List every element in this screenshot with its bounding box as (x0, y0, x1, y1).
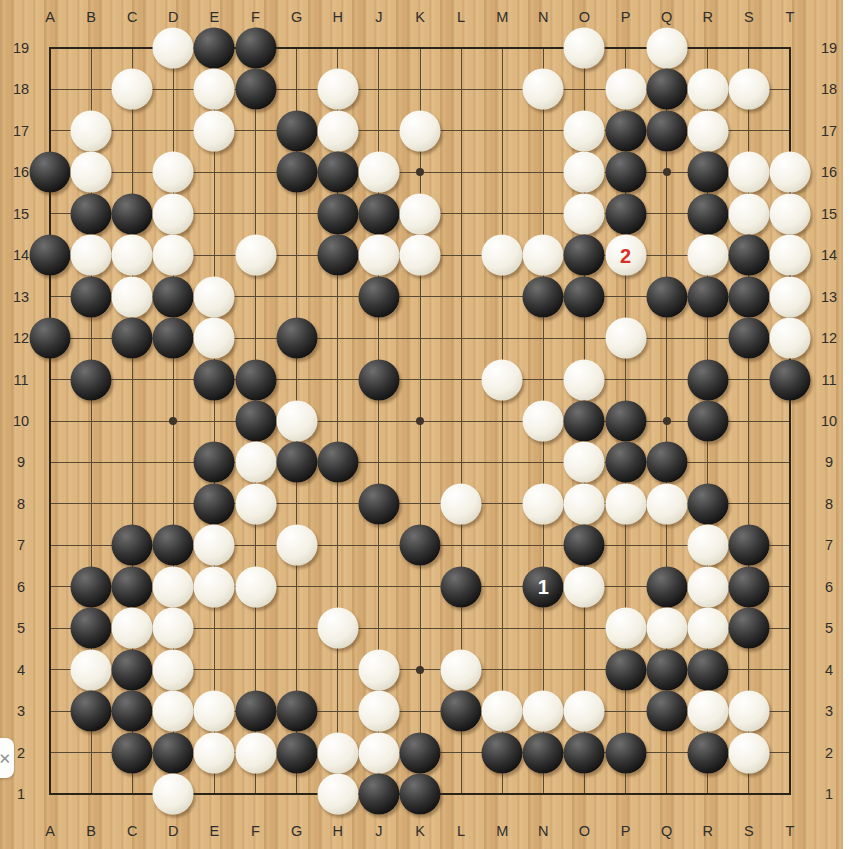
black-stone-J13 (358, 276, 399, 317)
row-label-right: 6 (825, 579, 833, 595)
white-stone-O8 (564, 483, 605, 524)
black-stone-S7 (728, 525, 769, 566)
black-stone-E8 (194, 483, 235, 524)
white-stone-N8 (523, 483, 564, 524)
black-stone-G3 (276, 691, 317, 732)
black-stone-B11 (71, 359, 112, 400)
black-stone-K1 (400, 774, 441, 815)
black-stone-P2 (605, 732, 646, 773)
white-stone-R6 (687, 566, 728, 607)
column-label-bottom: G (291, 823, 302, 839)
row-label-right: 18 (821, 81, 837, 97)
white-stone-R5 (687, 608, 728, 649)
black-stone-P10 (605, 401, 646, 442)
row-label-left: 19 (13, 40, 29, 56)
column-label-bottom: R (703, 823, 713, 839)
black-stone-L3 (441, 691, 482, 732)
white-stone-P18 (605, 69, 646, 110)
black-stone-G2 (276, 732, 317, 773)
column-label-top: B (86, 9, 96, 25)
white-stone-O9 (564, 442, 605, 483)
white-stone-S16 (728, 152, 769, 193)
white-stone-R3 (687, 691, 728, 732)
black-stone-J8 (358, 483, 399, 524)
white-stone-M3 (482, 691, 523, 732)
row-label-right: 7 (825, 537, 833, 553)
black-stone-F11 (235, 359, 276, 400)
white-stone-P8 (605, 483, 646, 524)
black-stone-S14 (728, 235, 769, 276)
black-stone-O14 (564, 235, 605, 276)
column-label-top: E (210, 9, 220, 25)
white-stone-O6 (564, 566, 605, 607)
star-point (169, 417, 177, 425)
row-label-right: 12 (821, 330, 837, 346)
white-stone-S15 (728, 193, 769, 234)
column-label-bottom: H (333, 823, 343, 839)
column-label-bottom: E (210, 823, 220, 839)
white-stone-E2 (194, 732, 235, 773)
column-label-top: C (127, 9, 137, 25)
white-stone-G10 (276, 401, 317, 442)
column-label-bottom: T (786, 823, 795, 839)
white-stone-S2 (728, 732, 769, 773)
column-label-top: S (744, 9, 754, 25)
black-stone-S6 (728, 566, 769, 607)
white-stone-J16 (358, 152, 399, 193)
white-stone-H17 (317, 110, 358, 151)
black-stone-A14 (30, 235, 71, 276)
black-stone-B6 (71, 566, 112, 607)
black-stone-P4 (605, 649, 646, 690)
white-stone-O19 (564, 28, 605, 69)
star-point (663, 168, 671, 176)
column-label-top: Q (661, 9, 672, 25)
black-stone-D2 (153, 732, 194, 773)
white-stone-D4 (153, 649, 194, 690)
white-stone-Q5 (646, 608, 687, 649)
column-label-bottom: F (251, 823, 260, 839)
black-stone-O13 (564, 276, 605, 317)
move-number-label: 2 (620, 245, 631, 265)
star-point (416, 417, 424, 425)
white-stone-N10 (523, 401, 564, 442)
black-stone-A16 (30, 152, 71, 193)
black-stone-F19 (235, 28, 276, 69)
white-stone-M14 (482, 235, 523, 276)
row-label-right: 5 (825, 620, 833, 636)
row-label-right: 11 (821, 372, 836, 388)
column-label-top: D (168, 9, 178, 25)
white-stone-R7 (687, 525, 728, 566)
row-label-right: 15 (821, 206, 837, 222)
white-stone-J2 (358, 732, 399, 773)
black-stone-N13 (523, 276, 564, 317)
black-stone-Q13 (646, 276, 687, 317)
white-stone-F14 (235, 235, 276, 276)
row-label-right: 13 (821, 289, 837, 305)
white-stone-N18 (523, 69, 564, 110)
white-stone-C5 (112, 608, 153, 649)
white-stone-F9 (235, 442, 276, 483)
white-stone-O3 (564, 691, 605, 732)
white-stone-D6 (153, 566, 194, 607)
column-label-top: M (496, 9, 508, 25)
row-label-right: 16 (821, 164, 837, 180)
black-stone-C12 (112, 318, 153, 359)
white-stone-B4 (71, 649, 112, 690)
column-label-bottom: J (375, 823, 382, 839)
white-stone-D19 (153, 28, 194, 69)
column-label-bottom: A (45, 823, 55, 839)
black-stone-K7 (400, 525, 441, 566)
black-stone-Q9 (646, 442, 687, 483)
black-stone-C3 (112, 691, 153, 732)
black-stone-Q3 (646, 691, 687, 732)
black-stone-B3 (71, 691, 112, 732)
black-stone-N6: 1 (523, 566, 564, 607)
column-label-top: N (538, 9, 548, 25)
column-label-bottom: O (579, 823, 590, 839)
column-label-top: G (291, 9, 302, 25)
black-stone-P16 (605, 152, 646, 193)
column-label-top: F (251, 9, 260, 25)
black-stone-Q18 (646, 69, 687, 110)
row-label-right: 3 (825, 703, 833, 719)
white-stone-D15 (153, 193, 194, 234)
black-stone-B13 (71, 276, 112, 317)
black-stone-O2 (564, 732, 605, 773)
column-label-top: A (45, 9, 55, 25)
black-stone-H9 (317, 442, 358, 483)
white-stone-E17 (194, 110, 235, 151)
white-stone-H5 (317, 608, 358, 649)
white-stone-O11 (564, 359, 605, 400)
black-stone-M2 (482, 732, 523, 773)
black-stone-D7 (153, 525, 194, 566)
white-stone-G7 (276, 525, 317, 566)
black-stone-L6 (441, 566, 482, 607)
white-stone-B16 (71, 152, 112, 193)
white-stone-C13 (112, 276, 153, 317)
black-stone-B15 (71, 193, 112, 234)
white-stone-J14 (358, 235, 399, 276)
row-label-left: 6 (17, 579, 25, 595)
go-app-window: AABBCCDDEEFFGGHHJJKKLLMMNNOOPPQQRRSSTT19… (0, 0, 850, 849)
white-stone-J3 (358, 691, 399, 732)
row-label-left: 11 (13, 372, 28, 388)
black-stone-R8 (687, 483, 728, 524)
black-stone-R16 (687, 152, 728, 193)
white-stone-E13 (194, 276, 235, 317)
white-stone-R17 (687, 110, 728, 151)
white-stone-D1 (153, 774, 194, 815)
black-stone-A12 (30, 318, 71, 359)
black-stone-H15 (317, 193, 358, 234)
black-stone-G12 (276, 318, 317, 359)
row-label-right: 10 (821, 413, 837, 429)
white-stone-Q19 (646, 28, 687, 69)
white-stone-Q8 (646, 483, 687, 524)
black-stone-J11 (358, 359, 399, 400)
row-label-left: 16 (13, 164, 29, 180)
row-label-right: 4 (825, 662, 833, 678)
black-stone-R4 (687, 649, 728, 690)
white-stone-T14 (770, 235, 811, 276)
column-label-top: T (786, 9, 795, 25)
column-label-bottom: L (457, 823, 465, 839)
move-number-label: 1 (538, 577, 549, 597)
white-stone-P12 (605, 318, 646, 359)
white-stone-K15 (400, 193, 441, 234)
white-stone-M11 (482, 359, 523, 400)
black-stone-R13 (687, 276, 728, 317)
white-stone-E6 (194, 566, 235, 607)
row-label-left: 10 (13, 413, 29, 429)
row-label-right: 17 (821, 123, 837, 139)
white-stone-S18 (728, 69, 769, 110)
star-point (416, 666, 424, 674)
black-stone-H16 (317, 152, 358, 193)
white-stone-K14 (400, 235, 441, 276)
black-stone-C7 (112, 525, 153, 566)
white-stone-F8 (235, 483, 276, 524)
white-stone-T12 (770, 318, 811, 359)
collapse-panel-button[interactable]: ✕ (0, 738, 14, 778)
black-stone-E9 (194, 442, 235, 483)
row-label-left: 14 (13, 247, 29, 263)
column-label-bottom: D (168, 823, 178, 839)
black-stone-J1 (358, 774, 399, 815)
white-stone-E7 (194, 525, 235, 566)
page-background-strip (843, 0, 850, 849)
white-stone-H2 (317, 732, 358, 773)
black-stone-R15 (687, 193, 728, 234)
white-stone-H18 (317, 69, 358, 110)
white-stone-D14 (153, 235, 194, 276)
white-stone-T16 (770, 152, 811, 193)
white-stone-T13 (770, 276, 811, 317)
row-label-left: 1 (17, 786, 25, 802)
row-label-left: 4 (17, 662, 25, 678)
close-icon: ✕ (0, 751, 11, 766)
column-label-bottom: M (496, 823, 508, 839)
black-stone-F18 (235, 69, 276, 110)
black-stone-D12 (153, 318, 194, 359)
black-stone-Q6 (646, 566, 687, 607)
row-label-right: 14 (821, 247, 837, 263)
black-stone-O10 (564, 401, 605, 442)
column-label-bottom: S (744, 823, 754, 839)
white-stone-D5 (153, 608, 194, 649)
white-stone-O15 (564, 193, 605, 234)
black-stone-P15 (605, 193, 646, 234)
black-stone-B5 (71, 608, 112, 649)
row-label-right: 8 (825, 496, 833, 512)
white-stone-N3 (523, 691, 564, 732)
black-stone-O7 (564, 525, 605, 566)
black-stone-E19 (194, 28, 235, 69)
star-point (663, 417, 671, 425)
column-label-top: R (703, 9, 713, 25)
white-stone-D3 (153, 691, 194, 732)
row-label-right: 2 (825, 745, 833, 761)
black-stone-F10 (235, 401, 276, 442)
row-label-left: 5 (17, 620, 25, 636)
black-stone-H14 (317, 235, 358, 276)
white-stone-S3 (728, 691, 769, 732)
white-stone-C14 (112, 235, 153, 276)
black-stone-K2 (400, 732, 441, 773)
black-stone-S5 (728, 608, 769, 649)
black-stone-Q4 (646, 649, 687, 690)
black-stone-Q17 (646, 110, 687, 151)
white-stone-R14 (687, 235, 728, 276)
white-stone-D16 (153, 152, 194, 193)
row-label-left: 2 (17, 745, 25, 761)
row-label-left: 7 (17, 537, 25, 553)
white-stone-O16 (564, 152, 605, 193)
row-label-left: 15 (13, 206, 29, 222)
row-label-left: 17 (13, 123, 29, 139)
row-label-left: 9 (17, 454, 25, 470)
white-stone-L4 (441, 649, 482, 690)
column-label-top: H (333, 9, 343, 25)
white-stone-E18 (194, 69, 235, 110)
column-label-bottom: C (127, 823, 137, 839)
column-label-top: J (375, 9, 382, 25)
black-stone-R11 (687, 359, 728, 400)
white-stone-T15 (770, 193, 811, 234)
column-label-bottom: K (415, 823, 425, 839)
white-stone-B17 (71, 110, 112, 151)
column-label-bottom: P (621, 823, 631, 839)
white-stone-E12 (194, 318, 235, 359)
row-label-right: 1 (825, 786, 833, 802)
column-label-top: P (621, 9, 631, 25)
white-stone-H1 (317, 774, 358, 815)
column-label-top: L (457, 9, 465, 25)
column-label-bottom: N (538, 823, 548, 839)
white-stone-J4 (358, 649, 399, 690)
row-label-left: 18 (13, 81, 29, 97)
white-stone-R18 (687, 69, 728, 110)
column-label-top: O (579, 9, 590, 25)
goban[interactable]: AABBCCDDEEFFGGHHJJKKLLMMNNOOPPQQRRSSTT19… (0, 0, 843, 849)
row-label-left: 13 (13, 289, 29, 305)
row-label-left: 12 (13, 330, 29, 346)
white-stone-C18 (112, 69, 153, 110)
row-label-left: 8 (17, 496, 25, 512)
white-stone-E3 (194, 691, 235, 732)
black-stone-F3 (235, 691, 276, 732)
black-stone-E11 (194, 359, 235, 400)
black-stone-R2 (687, 732, 728, 773)
black-stone-G17 (276, 110, 317, 151)
black-stone-G9 (276, 442, 317, 483)
white-stone-B14 (71, 235, 112, 276)
black-stone-P17 (605, 110, 646, 151)
black-stone-P9 (605, 442, 646, 483)
white-stone-F6 (235, 566, 276, 607)
column-label-bottom: Q (661, 823, 672, 839)
column-label-bottom: B (86, 823, 96, 839)
black-stone-S12 (728, 318, 769, 359)
white-stone-N14 (523, 235, 564, 276)
star-point (416, 168, 424, 176)
white-stone-F2 (235, 732, 276, 773)
black-stone-C4 (112, 649, 153, 690)
black-stone-J15 (358, 193, 399, 234)
black-stone-T11 (770, 359, 811, 400)
black-stone-C15 (112, 193, 153, 234)
black-stone-D13 (153, 276, 194, 317)
white-stone-L8 (441, 483, 482, 524)
black-stone-R10 (687, 401, 728, 442)
black-stone-S13 (728, 276, 769, 317)
row-label-right: 9 (825, 454, 833, 470)
white-stone-P14: 2 (605, 235, 646, 276)
black-stone-G16 (276, 152, 317, 193)
white-stone-K17 (400, 110, 441, 151)
row-label-right: 19 (821, 40, 837, 56)
white-stone-O17 (564, 110, 605, 151)
row-label-left: 3 (17, 703, 25, 719)
column-label-top: K (415, 9, 425, 25)
white-stone-P5 (605, 608, 646, 649)
black-stone-C6 (112, 566, 153, 607)
black-stone-N2 (523, 732, 564, 773)
black-stone-C2 (112, 732, 153, 773)
